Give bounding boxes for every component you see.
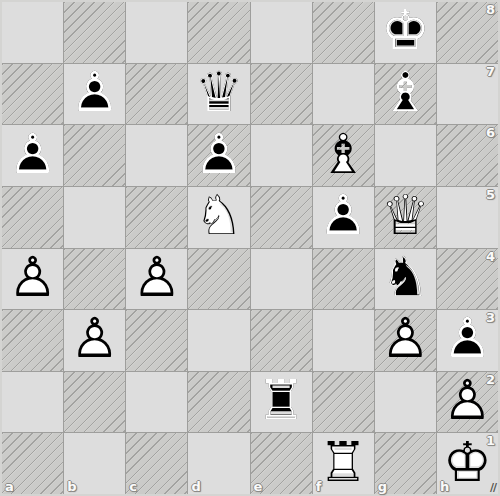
square-e3[interactable] <box>251 310 312 371</box>
square-d1[interactable]: d <box>188 433 249 494</box>
piece-fill-glyph: ♟ <box>381 312 430 367</box>
square-h8[interactable]: 8 <box>437 2 498 63</box>
square-c8[interactable] <box>126 2 187 63</box>
square-g6[interactable] <box>375 125 436 186</box>
white-pawn-c4[interactable]: ♟♙ <box>126 249 187 310</box>
black-pawn-h3[interactable]: ♟♙ <box>437 310 498 371</box>
piece-outline-glyph: ♘ <box>194 189 243 244</box>
white-pawn-a4[interactable]: ♟♙ <box>2 249 63 310</box>
square-c3[interactable] <box>126 310 187 371</box>
black-queen-d7[interactable]: ♛♕ <box>188 64 249 125</box>
square-g2[interactable] <box>375 372 436 433</box>
piece-outline-glyph: ♕ <box>194 65 243 120</box>
square-f8[interactable] <box>313 2 374 63</box>
piece-fill-glyph: ♜ <box>319 435 368 490</box>
piece-outline-glyph: ♘ <box>381 250 430 305</box>
square-d7[interactable]: ♛♕ <box>188 64 249 125</box>
piece-fill-glyph: ♟ <box>132 250 181 305</box>
square-b5[interactable] <box>64 187 125 248</box>
black-pawn-b7[interactable]: ♟♙ <box>64 64 125 125</box>
square-a4[interactable]: ♟♙ <box>2 249 63 310</box>
piece-outline-glyph: ♙ <box>381 312 430 367</box>
piece-outline-glyph: ♙ <box>8 127 57 182</box>
piece-outline-glyph: ♖ <box>256 373 305 428</box>
black-knight-g4[interactable]: ♞♘ <box>375 249 436 310</box>
square-h3[interactable]: ♟♙3 <box>437 310 498 371</box>
file-label-c: c <box>129 479 137 494</box>
square-a1[interactable]: a <box>2 433 63 494</box>
piece-outline-glyph: ♙ <box>70 312 119 367</box>
black-pawn-a6[interactable]: ♟♙ <box>2 125 63 186</box>
piece-outline-glyph: ♗ <box>319 127 368 182</box>
white-pawn-h2[interactable]: ♟♙ <box>437 372 498 433</box>
square-h7[interactable]: 7 <box>437 64 498 125</box>
square-h6[interactable]: 6 <box>437 125 498 186</box>
piece-fill-glyph: ♝ <box>381 65 430 120</box>
square-c2[interactable] <box>126 372 187 433</box>
file-label-b: b <box>67 479 76 494</box>
rank-label-5: 5 <box>486 187 495 202</box>
square-f3[interactable] <box>313 310 374 371</box>
white-pawn-g3[interactable]: ♟♙ <box>375 310 436 371</box>
rank-label-4: 4 <box>486 249 495 264</box>
square-g3[interactable]: ♟♙ <box>375 310 436 371</box>
square-g5[interactable]: ♛♕ <box>375 187 436 248</box>
square-e1[interactable]: e <box>251 433 312 494</box>
square-h4[interactable]: 4 <box>437 249 498 310</box>
piece-fill-glyph: ♜ <box>256 373 305 428</box>
piece-fill-glyph: ♟ <box>194 127 243 182</box>
square-e8[interactable] <box>251 2 312 63</box>
black-bishop-g7[interactable]: ♝♗ <box>375 64 436 125</box>
square-d2[interactable] <box>188 372 249 433</box>
piece-outline-glyph: ♙ <box>132 250 181 305</box>
square-f1[interactable]: ♜♖f <box>313 433 374 494</box>
square-b1[interactable]: b <box>64 433 125 494</box>
square-c6[interactable] <box>126 125 187 186</box>
square-d4[interactable] <box>188 249 249 310</box>
piece-fill-glyph: ♟ <box>8 250 57 305</box>
piece-fill-glyph: ♟ <box>70 65 119 120</box>
square-a2[interactable] <box>2 372 63 433</box>
chess-board: ♚♔8♟♙♛♕♝♗7♟♙♟♙♝♗6♞♘♟♙♛♕5♟♙♟♙♞♘4♟♙♟♙♟♙3♜♖… <box>2 2 498 494</box>
piece-outline-glyph: ♕ <box>381 189 430 244</box>
black-king-g8[interactable]: ♚♔ <box>375 2 436 63</box>
file-label-a: a <box>5 479 14 494</box>
piece-outline-glyph: ♙ <box>319 189 368 244</box>
square-g1[interactable]: g <box>375 433 436 494</box>
piece-fill-glyph: ♛ <box>381 189 430 244</box>
square-e6[interactable] <box>251 125 312 186</box>
square-a5[interactable] <box>2 187 63 248</box>
piece-outline-glyph: ♖ <box>319 435 368 490</box>
square-c5[interactable] <box>126 187 187 248</box>
square-e4[interactable] <box>251 249 312 310</box>
piece-outline-glyph: ♔ <box>443 435 492 490</box>
square-b3[interactable]: ♟♙ <box>64 310 125 371</box>
square-f7[interactable] <box>313 64 374 125</box>
piece-fill-glyph: ♟ <box>443 373 492 428</box>
square-d3[interactable] <box>188 310 249 371</box>
piece-outline-glyph: ♔ <box>381 4 430 59</box>
piece-outline-glyph: ♙ <box>70 65 119 120</box>
square-b7[interactable]: ♟♙ <box>64 64 125 125</box>
square-g7[interactable]: ♝♗ <box>375 64 436 125</box>
black-pawn-f5[interactable]: ♟♙ <box>313 187 374 248</box>
square-b8[interactable] <box>64 2 125 63</box>
file-label-d: d <box>191 479 200 494</box>
square-h5[interactable]: 5 <box>437 187 498 248</box>
square-g4[interactable]: ♞♘ <box>375 249 436 310</box>
piece-fill-glyph: ♞ <box>194 189 243 244</box>
black-pawn-d6[interactable]: ♟♙ <box>188 125 249 186</box>
square-d5[interactable]: ♞♘ <box>188 187 249 248</box>
white-knight-d5[interactable]: ♞♘ <box>188 187 249 248</box>
square-a3[interactable] <box>2 310 63 371</box>
square-b2[interactable] <box>64 372 125 433</box>
rank-label-8: 8 <box>486 2 495 17</box>
square-d8[interactable] <box>188 2 249 63</box>
piece-outline-glyph: ♙ <box>443 373 492 428</box>
white-rook-f1[interactable]: ♜♖ <box>313 433 374 494</box>
square-c4[interactable]: ♟♙ <box>126 249 187 310</box>
white-bishop-f6[interactable]: ♝♗ <box>313 125 374 186</box>
piece-fill-glyph: ♟ <box>443 312 492 367</box>
square-f2[interactable] <box>313 372 374 433</box>
piece-outline-glyph: ♙ <box>8 250 57 305</box>
square-h1[interactable]: ♚♔h1// <box>437 433 498 494</box>
square-b6[interactable] <box>64 125 125 186</box>
square-a7[interactable] <box>2 64 63 125</box>
square-e5[interactable] <box>251 187 312 248</box>
piece-fill-glyph: ♛ <box>194 65 243 120</box>
piece-fill-glyph: ♝ <box>319 127 368 182</box>
black-rook-e2[interactable]: ♜♖ <box>251 372 312 433</box>
square-h2[interactable]: ♟♙2 <box>437 372 498 433</box>
piece-fill-glyph: ♟ <box>8 127 57 182</box>
file-label-g: g <box>378 479 387 494</box>
piece-outline-glyph: ♙ <box>443 312 492 367</box>
piece-fill-glyph: ♟ <box>70 312 119 367</box>
square-f5[interactable]: ♟♙ <box>313 187 374 248</box>
piece-fill-glyph: ♚ <box>443 435 492 490</box>
square-g8[interactable]: ♚♔ <box>375 2 436 63</box>
rank-label-6: 6 <box>486 125 495 140</box>
square-f6[interactable]: ♝♗ <box>313 125 374 186</box>
square-c7[interactable] <box>126 64 187 125</box>
rank-label-7: 7 <box>486 64 495 79</box>
piece-fill-glyph: ♚ <box>381 4 430 59</box>
piece-outline-glyph: ♙ <box>194 127 243 182</box>
piece-fill-glyph: ♞ <box>381 250 430 305</box>
white-pawn-b3[interactable]: ♟♙ <box>64 310 125 371</box>
square-e2[interactable]: ♜♖ <box>251 372 312 433</box>
square-a8[interactable] <box>2 2 63 63</box>
file-label-e: e <box>254 479 263 494</box>
piece-outline-glyph: ♗ <box>381 65 430 120</box>
square-b4[interactable] <box>64 249 125 310</box>
piece-fill-glyph: ♟ <box>319 189 368 244</box>
square-c1[interactable]: c <box>126 433 187 494</box>
square-e7[interactable] <box>251 64 312 125</box>
square-a6[interactable]: ♟♙ <box>2 125 63 186</box>
square-d6[interactable]: ♟♙ <box>188 125 249 186</box>
square-f4[interactable] <box>313 249 374 310</box>
white-queen-g5[interactable]: ♛♕ <box>375 187 436 248</box>
white-king-h1[interactable]: ♚♔ <box>437 433 498 494</box>
chess-board-frame: ♚♔8♟♙♛♕♝♗7♟♙♟♙♝♗6♞♘♟♙♛♕5♟♙♟♙♞♘4♟♙♟♙♟♙3♜♖… <box>0 0 500 496</box>
